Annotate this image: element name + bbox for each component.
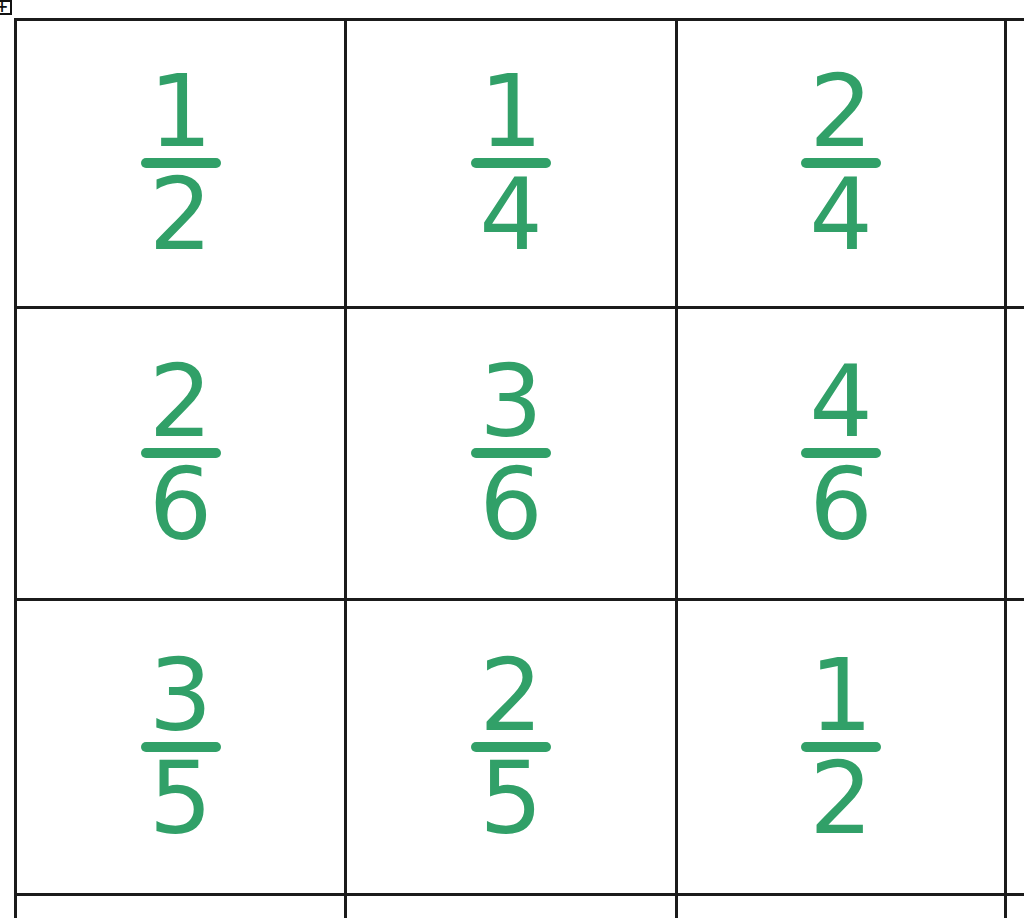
- denominator: 4: [479, 175, 543, 255]
- empty-card: [17, 896, 347, 918]
- fraction-four-sixths: 4 6: [801, 362, 881, 545]
- fraction-card: 1 2: [678, 601, 1007, 896]
- numerator: 4: [809, 362, 873, 442]
- fraction-card: 3 5: [17, 601, 347, 896]
- empty-card: [1007, 601, 1024, 896]
- empty-card: [1007, 21, 1024, 309]
- numerator: 1: [809, 656, 873, 736]
- fraction-two-sixths: 2 6: [141, 362, 221, 545]
- numerator: 2: [479, 656, 543, 736]
- empty-card: [347, 896, 678, 918]
- denominator: 5: [149, 759, 213, 839]
- empty-card: [1007, 896, 1024, 918]
- fraction-two-fourths: 2 4: [801, 72, 881, 255]
- denominator: 5: [479, 759, 543, 839]
- fraction-card: 2 6: [17, 309, 347, 601]
- denominator: 2: [809, 759, 873, 839]
- numerator: 2: [149, 362, 213, 442]
- denominator: 2: [149, 175, 213, 255]
- fraction-card: 2 4: [678, 21, 1007, 309]
- denominator: 6: [809, 465, 873, 545]
- fraction-card: 2 5: [347, 601, 678, 896]
- fraction-one-half: 1 2: [801, 656, 881, 839]
- denominator: 4: [809, 175, 873, 255]
- fraction-card: 3 6: [347, 309, 678, 601]
- fraction-card-grid: 1 2 1 4 2 4 2 6 3 6: [14, 18, 1024, 918]
- numerator: 1: [149, 72, 213, 152]
- fraction-three-sixths: 3 6: [471, 362, 551, 545]
- fraction-two-fifths: 2 5: [471, 656, 551, 839]
- denominator: 6: [479, 465, 543, 545]
- fraction-one-fourth: 1 4: [471, 72, 551, 255]
- empty-card: [678, 896, 1007, 918]
- fraction-card: 4 6: [678, 309, 1007, 601]
- numerator: 3: [149, 656, 213, 736]
- fraction-card: 1 4: [347, 21, 678, 309]
- denominator: 6: [149, 465, 213, 545]
- table-move-handle-icon[interactable]: +: [0, 0, 12, 15]
- numerator: 3: [479, 362, 543, 442]
- fraction-one-half: 1 2: [141, 72, 221, 255]
- empty-card: [1007, 309, 1024, 601]
- numerator: 1: [479, 72, 543, 152]
- fraction-three-fifths: 3 5: [141, 656, 221, 839]
- fraction-card: 1 2: [17, 21, 347, 309]
- numerator: 2: [809, 72, 873, 152]
